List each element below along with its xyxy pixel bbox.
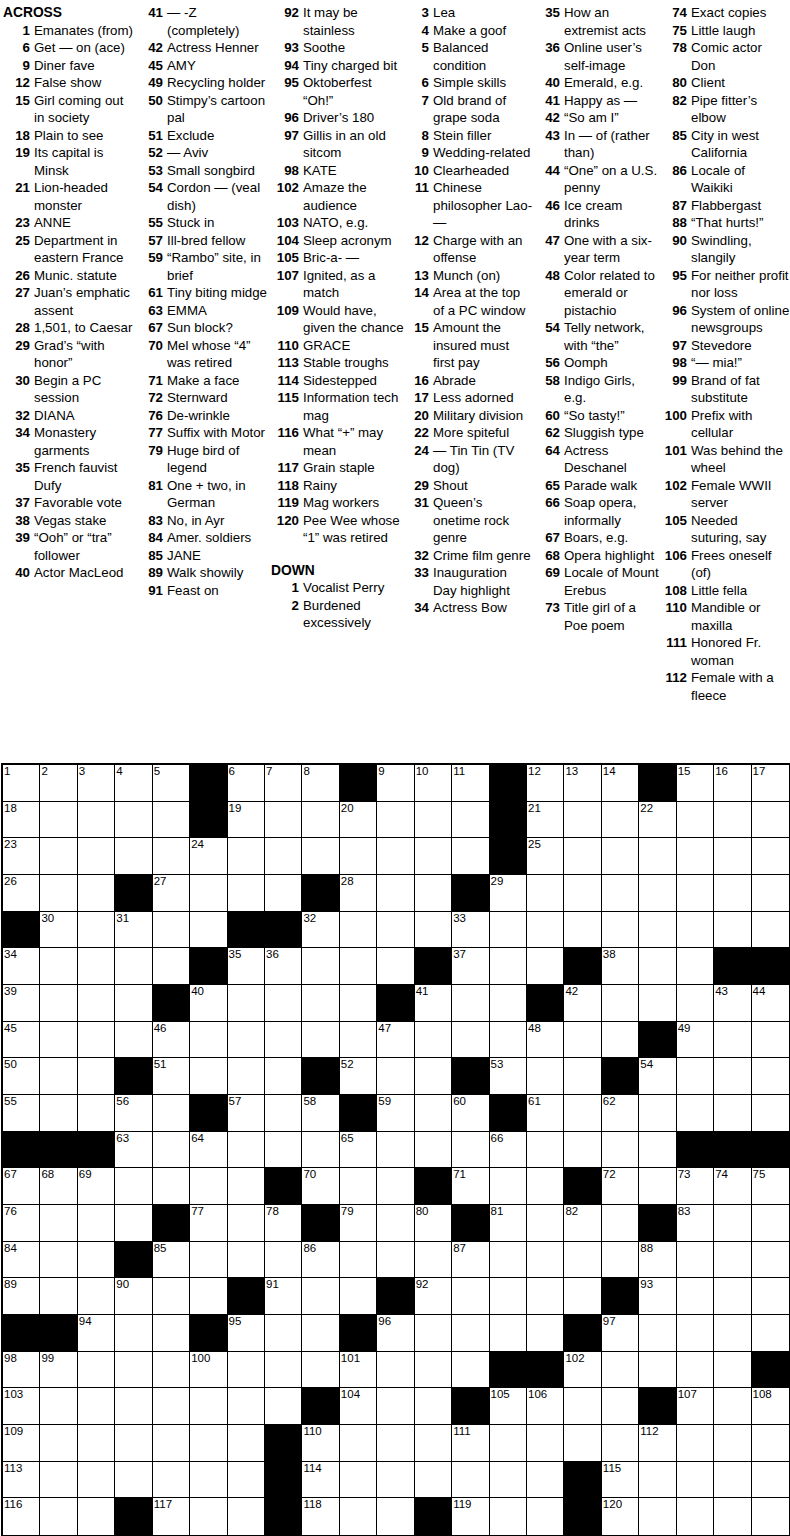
- grid-cell[interactable]: [340, 1462, 377, 1499]
- grid-cell[interactable]: [452, 1022, 489, 1059]
- grid-cell[interactable]: [564, 1425, 601, 1462]
- grid-cell[interactable]: [714, 1242, 751, 1279]
- grid-cell[interactable]: 84: [3, 1242, 40, 1279]
- grid-cell[interactable]: [40, 1242, 77, 1279]
- grid-cell[interactable]: [340, 1425, 377, 1462]
- grid-cell[interactable]: [40, 1425, 77, 1462]
- grid-cell[interactable]: [564, 875, 601, 912]
- grid-cell[interactable]: [639, 1132, 676, 1169]
- grid-cell[interactable]: [377, 1205, 414, 1242]
- grid-cell[interactable]: [190, 1242, 227, 1279]
- grid-cell[interactable]: 33: [452, 912, 489, 949]
- grid-cell[interactable]: [265, 1022, 302, 1059]
- grid-cell[interactable]: [78, 1242, 115, 1279]
- grid-cell[interactable]: [115, 1425, 152, 1462]
- grid-cell[interactable]: [115, 948, 152, 985]
- grid-cell[interactable]: [78, 875, 115, 912]
- grid-cell[interactable]: [714, 1205, 751, 1242]
- grid-cell[interactable]: [340, 1022, 377, 1059]
- grid-cell[interactable]: [490, 1278, 527, 1315]
- grid-cell[interactable]: [452, 1462, 489, 1499]
- grid-cell[interactable]: [40, 1462, 77, 1499]
- grid-cell[interactable]: 96: [377, 1315, 414, 1352]
- grid-cell[interactable]: [115, 1462, 152, 1499]
- grid-cell[interactable]: 71: [452, 1168, 489, 1205]
- grid-cell[interactable]: 102: [564, 1352, 601, 1389]
- grid-cell[interactable]: [564, 1058, 601, 1095]
- grid-cell[interactable]: [415, 838, 452, 875]
- grid-cell[interactable]: 15: [677, 765, 714, 802]
- grid-cell[interactable]: [452, 802, 489, 839]
- grid-cell[interactable]: [40, 985, 77, 1022]
- grid-cell[interactable]: [190, 1388, 227, 1425]
- grid-cell[interactable]: [40, 875, 77, 912]
- grid-cell[interactable]: 70: [302, 1168, 339, 1205]
- grid-cell[interactable]: [340, 1498, 377, 1535]
- grid-cell[interactable]: 105: [490, 1388, 527, 1425]
- grid-cell[interactable]: [714, 1425, 751, 1462]
- grid-cell[interactable]: 6: [228, 765, 265, 802]
- grid-cell[interactable]: 62: [602, 1095, 639, 1132]
- grid-cell[interactable]: 2: [40, 765, 77, 802]
- grid-cell[interactable]: [302, 1278, 339, 1315]
- grid-cell[interactable]: 113: [3, 1462, 40, 1499]
- grid-cell[interactable]: 88: [639, 1242, 676, 1279]
- grid-cell[interactable]: [639, 985, 676, 1022]
- grid-cell[interactable]: [265, 1242, 302, 1279]
- grid-cell[interactable]: 55: [3, 1095, 40, 1132]
- grid-cell[interactable]: [714, 875, 751, 912]
- grid-cell[interactable]: [490, 1315, 527, 1352]
- grid-cell[interactable]: 116: [3, 1498, 40, 1535]
- grid-cell[interactable]: [78, 802, 115, 839]
- grid-cell[interactable]: 69: [78, 1168, 115, 1205]
- grid-cell[interactable]: [228, 1352, 265, 1389]
- grid-cell[interactable]: [639, 1315, 676, 1352]
- grid-cell[interactable]: 11: [452, 765, 489, 802]
- grid-cell[interactable]: [78, 838, 115, 875]
- grid-cell[interactable]: [752, 1315, 789, 1352]
- grid-cell[interactable]: [40, 1058, 77, 1095]
- grid-cell[interactable]: [752, 912, 789, 949]
- grid-cell[interactable]: [153, 802, 190, 839]
- grid-cell[interactable]: 16: [714, 765, 751, 802]
- grid-cell[interactable]: [752, 1498, 789, 1535]
- grid-cell[interactable]: 7: [265, 765, 302, 802]
- grid-cell[interactable]: 30: [40, 912, 77, 949]
- grid-cell[interactable]: 75: [752, 1168, 789, 1205]
- grid-cell[interactable]: [602, 912, 639, 949]
- grid-cell[interactable]: [40, 1095, 77, 1132]
- grid-cell[interactable]: [265, 875, 302, 912]
- grid-cell[interactable]: 50: [3, 1058, 40, 1095]
- grid-cell[interactable]: 58: [302, 1095, 339, 1132]
- grid-cell[interactable]: [602, 1242, 639, 1279]
- grid-cell[interactable]: [265, 1132, 302, 1169]
- grid-cell[interactable]: [490, 1462, 527, 1499]
- grid-cell[interactable]: 85: [153, 1242, 190, 1279]
- grid-cell[interactable]: [78, 1498, 115, 1535]
- grid-cell[interactable]: [78, 1058, 115, 1095]
- grid-cell[interactable]: [228, 838, 265, 875]
- grid-cell[interactable]: [78, 1388, 115, 1425]
- grid-cell[interactable]: 14: [602, 765, 639, 802]
- grid-cell[interactable]: [527, 912, 564, 949]
- grid-cell[interactable]: [714, 1462, 751, 1499]
- grid-cell[interactable]: [228, 985, 265, 1022]
- grid-cell[interactable]: 98: [3, 1352, 40, 1389]
- grid-cell[interactable]: [490, 1425, 527, 1462]
- grid-cell[interactable]: 114: [302, 1462, 339, 1499]
- grid-cell[interactable]: [377, 1058, 414, 1095]
- grid-cell[interactable]: [677, 875, 714, 912]
- grid-cell[interactable]: 103: [3, 1388, 40, 1425]
- grid-cell[interactable]: 10: [415, 765, 452, 802]
- grid-cell[interactable]: [377, 1352, 414, 1389]
- grid-cell[interactable]: [602, 802, 639, 839]
- grid-cell[interactable]: [228, 1242, 265, 1279]
- grid-cell[interactable]: 3: [78, 765, 115, 802]
- grid-cell[interactable]: [415, 1352, 452, 1389]
- grid-cell[interactable]: [377, 1462, 414, 1499]
- grid-cell[interactable]: [452, 985, 489, 1022]
- grid-cell[interactable]: 57: [228, 1095, 265, 1132]
- grid-cell[interactable]: [115, 1168, 152, 1205]
- grid-cell[interactable]: [190, 1022, 227, 1059]
- grid-cell[interactable]: [228, 1388, 265, 1425]
- grid-cell[interactable]: [564, 912, 601, 949]
- grid-cell[interactable]: [302, 1352, 339, 1389]
- grid-cell[interactable]: [153, 1168, 190, 1205]
- grid-cell[interactable]: 83: [677, 1205, 714, 1242]
- grid-cell[interactable]: 46: [153, 1022, 190, 1059]
- grid-cell[interactable]: 66: [490, 1132, 527, 1169]
- grid-cell[interactable]: 117: [153, 1498, 190, 1535]
- grid-cell[interactable]: [340, 1242, 377, 1279]
- grid-cell[interactable]: [677, 1352, 714, 1389]
- grid-cell[interactable]: 45: [3, 1022, 40, 1059]
- grid-cell[interactable]: 29: [490, 875, 527, 912]
- grid-cell[interactable]: [527, 1278, 564, 1315]
- grid-cell[interactable]: 64: [190, 1132, 227, 1169]
- grid-cell[interactable]: [677, 948, 714, 985]
- grid-cell[interactable]: [527, 1315, 564, 1352]
- grid-cell[interactable]: [752, 875, 789, 912]
- grid-cell[interactable]: [490, 1168, 527, 1205]
- grid-cell[interactable]: [302, 1315, 339, 1352]
- grid-cell[interactable]: 92: [415, 1278, 452, 1315]
- grid-cell[interactable]: [153, 1425, 190, 1462]
- grid-cell[interactable]: 115: [602, 1462, 639, 1499]
- grid-cell[interactable]: [302, 1022, 339, 1059]
- grid-cell[interactable]: [190, 1058, 227, 1095]
- grid-cell[interactable]: [153, 1132, 190, 1169]
- grid-cell[interactable]: [564, 1388, 601, 1425]
- grid-cell[interactable]: [78, 1278, 115, 1315]
- grid-cell[interactable]: [602, 1425, 639, 1462]
- grid-cell[interactable]: [190, 875, 227, 912]
- grid-cell[interactable]: 80: [415, 1205, 452, 1242]
- grid-cell[interactable]: [78, 1462, 115, 1499]
- grid-cell[interactable]: 40: [190, 985, 227, 1022]
- grid-cell[interactable]: [752, 1242, 789, 1279]
- grid-cell[interactable]: [190, 1498, 227, 1535]
- grid-cell[interactable]: [752, 802, 789, 839]
- grid-cell[interactable]: [302, 802, 339, 839]
- grid-cell[interactable]: [40, 1205, 77, 1242]
- grid-cell[interactable]: [714, 1095, 751, 1132]
- grid-cell[interactable]: 104: [340, 1388, 377, 1425]
- grid-cell[interactable]: [564, 1132, 601, 1169]
- grid-cell[interactable]: 5: [153, 765, 190, 802]
- grid-cell[interactable]: [190, 1168, 227, 1205]
- grid-cell[interactable]: 19: [228, 802, 265, 839]
- grid-cell[interactable]: [265, 802, 302, 839]
- grid-cell[interactable]: 52: [340, 1058, 377, 1095]
- grid-cell[interactable]: [190, 912, 227, 949]
- grid-cell[interactable]: [115, 985, 152, 1022]
- grid-cell[interactable]: [714, 838, 751, 875]
- grid-cell[interactable]: [415, 1058, 452, 1095]
- grid-cell[interactable]: [714, 1315, 751, 1352]
- grid-cell[interactable]: 106: [527, 1388, 564, 1425]
- grid-cell[interactable]: [752, 1058, 789, 1095]
- grid-cell[interactable]: [415, 1462, 452, 1499]
- grid-cell[interactable]: 77: [190, 1205, 227, 1242]
- grid-cell[interactable]: [153, 948, 190, 985]
- grid-cell[interactable]: 54: [639, 1058, 676, 1095]
- grid-cell[interactable]: [265, 838, 302, 875]
- grid-cell[interactable]: [714, 1388, 751, 1425]
- grid-cell[interactable]: [602, 985, 639, 1022]
- grid-cell[interactable]: [677, 1315, 714, 1352]
- grid-cell[interactable]: [639, 875, 676, 912]
- grid-cell[interactable]: [415, 1242, 452, 1279]
- grid-cell[interactable]: 12: [527, 765, 564, 802]
- grid-cell[interactable]: 31: [115, 912, 152, 949]
- grid-cell[interactable]: [752, 1022, 789, 1059]
- grid-cell[interactable]: 109: [3, 1425, 40, 1462]
- grid-cell[interactable]: [415, 912, 452, 949]
- grid-cell[interactable]: [115, 838, 152, 875]
- grid-cell[interactable]: [78, 1022, 115, 1059]
- grid-cell[interactable]: [564, 1278, 601, 1315]
- grid-cell[interactable]: 91: [265, 1278, 302, 1315]
- grid-cell[interactable]: [153, 1388, 190, 1425]
- grid-cell[interactable]: [452, 1132, 489, 1169]
- grid-cell[interactable]: 99: [40, 1352, 77, 1389]
- grid-cell[interactable]: [564, 1022, 601, 1059]
- grid-cell[interactable]: [265, 1352, 302, 1389]
- grid-cell[interactable]: [677, 1278, 714, 1315]
- grid-cell[interactable]: [415, 1388, 452, 1425]
- grid-cell[interactable]: 90: [115, 1278, 152, 1315]
- grid-cell[interactable]: [602, 838, 639, 875]
- grid-cell[interactable]: 107: [677, 1388, 714, 1425]
- grid-cell[interactable]: [377, 1132, 414, 1169]
- grid-cell[interactable]: [265, 1315, 302, 1352]
- grid-cell[interactable]: [377, 1498, 414, 1535]
- grid-cell[interactable]: [78, 948, 115, 985]
- grid-cell[interactable]: 51: [153, 1058, 190, 1095]
- grid-cell[interactable]: [490, 1498, 527, 1535]
- grid-cell[interactable]: [677, 802, 714, 839]
- grid-cell[interactable]: 118: [302, 1498, 339, 1535]
- grid-cell[interactable]: [639, 1352, 676, 1389]
- grid-cell[interactable]: [115, 1205, 152, 1242]
- grid-cell[interactable]: [415, 1315, 452, 1352]
- grid-cell[interactable]: [639, 838, 676, 875]
- grid-cell[interactable]: [228, 875, 265, 912]
- grid-cell[interactable]: [377, 1425, 414, 1462]
- grid-cell[interactable]: 63: [115, 1132, 152, 1169]
- grid-cell[interactable]: [639, 1462, 676, 1499]
- grid-cell[interactable]: [340, 1168, 377, 1205]
- grid-cell[interactable]: [677, 985, 714, 1022]
- grid-cell[interactable]: 68: [40, 1168, 77, 1205]
- grid-cell[interactable]: 28: [340, 875, 377, 912]
- grid-cell[interactable]: [265, 1388, 302, 1425]
- grid-cell[interactable]: [190, 1425, 227, 1462]
- grid-cell[interactable]: 86: [302, 1242, 339, 1279]
- grid-cell[interactable]: [752, 1095, 789, 1132]
- grid-cell[interactable]: 95: [228, 1315, 265, 1352]
- grid-cell[interactable]: 108: [752, 1388, 789, 1425]
- grid-cell[interactable]: 43: [714, 985, 751, 1022]
- grid-cell[interactable]: [527, 1425, 564, 1462]
- grid-cell[interactable]: [452, 838, 489, 875]
- grid-cell[interactable]: 34: [3, 948, 40, 985]
- grid-cell[interactable]: [564, 802, 601, 839]
- grid-cell[interactable]: 61: [527, 1095, 564, 1132]
- grid-cell[interactable]: [527, 948, 564, 985]
- grid-cell[interactable]: 53: [490, 1058, 527, 1095]
- grid-cell[interactable]: [153, 1352, 190, 1389]
- grid-cell[interactable]: 112: [639, 1425, 676, 1462]
- grid-cell[interactable]: [265, 985, 302, 1022]
- grid-cell[interactable]: 76: [3, 1205, 40, 1242]
- grid-cell[interactable]: [564, 1095, 601, 1132]
- grid-cell[interactable]: [78, 1095, 115, 1132]
- grid-cell[interactable]: [228, 1205, 265, 1242]
- grid-cell[interactable]: [564, 838, 601, 875]
- grid-cell[interactable]: [564, 1242, 601, 1279]
- grid-cell[interactable]: 18: [3, 802, 40, 839]
- grid-cell[interactable]: [115, 1352, 152, 1389]
- grid-cell[interactable]: 25: [527, 838, 564, 875]
- grid-cell[interactable]: [377, 1168, 414, 1205]
- grid-cell[interactable]: [714, 912, 751, 949]
- grid-cell[interactable]: [228, 1132, 265, 1169]
- grid-cell[interactable]: [714, 1022, 751, 1059]
- grid-cell[interactable]: [752, 1425, 789, 1462]
- grid-cell[interactable]: [752, 1205, 789, 1242]
- grid-cell[interactable]: [340, 948, 377, 985]
- grid-cell[interactable]: [639, 1168, 676, 1205]
- grid-cell[interactable]: [78, 1352, 115, 1389]
- grid-cell[interactable]: 37: [452, 948, 489, 985]
- grid-cell[interactable]: [115, 1388, 152, 1425]
- grid-cell[interactable]: 17: [752, 765, 789, 802]
- grid-cell[interactable]: [377, 802, 414, 839]
- grid-cell[interactable]: [377, 838, 414, 875]
- grid-cell[interactable]: [714, 1352, 751, 1389]
- grid-cell[interactable]: [490, 1022, 527, 1059]
- grid-cell[interactable]: 44: [752, 985, 789, 1022]
- grid-cell[interactable]: [527, 1498, 564, 1535]
- grid-cell[interactable]: [190, 1278, 227, 1315]
- grid-cell[interactable]: [228, 1168, 265, 1205]
- grid-cell[interactable]: [527, 1205, 564, 1242]
- grid-cell[interactable]: [714, 1498, 751, 1535]
- grid-cell[interactable]: 38: [602, 948, 639, 985]
- grid-cell[interactable]: [265, 1095, 302, 1132]
- grid-cell[interactable]: [377, 948, 414, 985]
- grid-cell[interactable]: [153, 1278, 190, 1315]
- grid-cell[interactable]: [340, 1278, 377, 1315]
- grid-cell[interactable]: 87: [452, 1242, 489, 1279]
- grid-cell[interactable]: 73: [677, 1168, 714, 1205]
- grid-cell[interactable]: [752, 1462, 789, 1499]
- grid-cell[interactable]: 42: [564, 985, 601, 1022]
- grid-cell[interactable]: 100: [190, 1352, 227, 1389]
- grid-cell[interactable]: [677, 1242, 714, 1279]
- grid-cell[interactable]: [490, 912, 527, 949]
- grid-cell[interactable]: [415, 1425, 452, 1462]
- grid-cell[interactable]: [677, 838, 714, 875]
- grid-cell[interactable]: 21: [527, 802, 564, 839]
- grid-cell[interactable]: [714, 1058, 751, 1095]
- grid-cell[interactable]: 67: [3, 1168, 40, 1205]
- grid-cell[interactable]: 93: [639, 1278, 676, 1315]
- grid-cell[interactable]: [639, 1095, 676, 1132]
- grid-cell[interactable]: 49: [677, 1022, 714, 1059]
- grid-cell[interactable]: 79: [340, 1205, 377, 1242]
- grid-cell[interactable]: [527, 1132, 564, 1169]
- grid-cell[interactable]: [752, 1278, 789, 1315]
- grid-cell[interactable]: [228, 1022, 265, 1059]
- grid-cell[interactable]: [490, 1242, 527, 1279]
- grid-cell[interactable]: [527, 1462, 564, 1499]
- grid-cell[interactable]: 8: [302, 765, 339, 802]
- grid-cell[interactable]: 22: [639, 802, 676, 839]
- grid-cell[interactable]: [40, 1498, 77, 1535]
- grid-cell[interactable]: [377, 1388, 414, 1425]
- grid-cell[interactable]: 60: [452, 1095, 489, 1132]
- grid-cell[interactable]: 27: [153, 875, 190, 912]
- grid-cell[interactable]: 32: [302, 912, 339, 949]
- grid-cell[interactable]: [752, 838, 789, 875]
- grid-cell[interactable]: [415, 802, 452, 839]
- grid-cell[interactable]: [714, 802, 751, 839]
- grid-cell[interactable]: [78, 985, 115, 1022]
- grid-cell[interactable]: [452, 1315, 489, 1352]
- grid-cell[interactable]: 111: [452, 1425, 489, 1462]
- grid-cell[interactable]: [527, 875, 564, 912]
- grid-cell[interactable]: [415, 1132, 452, 1169]
- grid-cell[interactable]: [40, 1388, 77, 1425]
- grid-cell[interactable]: 78: [265, 1205, 302, 1242]
- grid-cell[interactable]: 56: [115, 1095, 152, 1132]
- grid-cell[interactable]: 97: [602, 1315, 639, 1352]
- grid-cell[interactable]: [677, 912, 714, 949]
- grid-cell[interactable]: 65: [340, 1132, 377, 1169]
- grid-cell[interactable]: [602, 1352, 639, 1389]
- grid-cell[interactable]: [228, 1058, 265, 1095]
- grid-cell[interactable]: [490, 948, 527, 985]
- grid-cell[interactable]: [40, 838, 77, 875]
- grid-cell[interactable]: 48: [527, 1022, 564, 1059]
